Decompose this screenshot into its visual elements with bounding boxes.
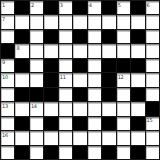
cell-r0c10[interactable]: 6 [146, 1, 159, 14]
clue-number: 7 [2, 17, 5, 22]
cell-r10c9 [131, 146, 144, 159]
cell-r3c2[interactable] [30, 44, 43, 57]
cell-r0c9 [131, 1, 144, 14]
cell-r0c5 [73, 1, 86, 14]
cell-r9c8[interactable] [117, 131, 130, 144]
cell-r10c5 [73, 146, 86, 159]
cell-r5c10[interactable] [146, 73, 159, 86]
cell-r8c6[interactable] [88, 117, 101, 130]
cell-r3c8[interactable] [117, 44, 130, 57]
cell-r6c7 [102, 88, 115, 101]
clue-number: 2 [31, 3, 34, 8]
cell-r7c2[interactable]: 14 [30, 102, 43, 115]
cell-r6c6[interactable] [88, 88, 101, 101]
cell-r3c0 [1, 44, 14, 57]
cell-r6c5 [73, 88, 86, 101]
cell-r7c9[interactable] [131, 102, 144, 115]
cell-r5c8[interactable]: 12 [117, 73, 130, 86]
cell-r3c5[interactable] [73, 44, 86, 57]
cell-r3c9[interactable] [131, 44, 144, 57]
cell-r5c1[interactable] [15, 73, 28, 86]
cell-r7c4[interactable] [59, 102, 72, 115]
cell-r3c1[interactable]: 8 [15, 44, 28, 57]
cell-r9c10[interactable] [146, 131, 159, 144]
cell-r0c8[interactable]: 5 [117, 1, 130, 14]
cell-r7c5[interactable] [73, 102, 86, 115]
clue-number: 14 [31, 104, 37, 109]
cell-r6c4[interactable] [59, 88, 72, 101]
cell-r10c0[interactable] [1, 146, 14, 159]
cell-r8c10[interactable]: 15 [146, 117, 159, 130]
clue-number: 10 [2, 75, 8, 80]
cell-r0c3 [44, 1, 57, 14]
cell-r4c1 [15, 59, 28, 72]
cell-r6c1 [15, 88, 28, 101]
cell-r6c3 [44, 88, 57, 101]
clue-number: 8 [16, 46, 19, 51]
cell-r8c4[interactable] [59, 117, 72, 130]
cell-r2c6[interactable] [88, 30, 101, 43]
cell-r10c8[interactable] [117, 146, 130, 159]
cell-r1c2[interactable] [30, 15, 43, 28]
cell-r8c0[interactable] [1, 117, 14, 130]
cell-r9c2[interactable] [30, 131, 43, 144]
cell-r3c3[interactable] [44, 44, 57, 57]
clue-number: 15 [147, 118, 153, 123]
cell-r1c4[interactable] [59, 15, 72, 28]
cell-r8c9 [131, 117, 144, 130]
cell-r0c6[interactable]: 4 [88, 1, 101, 14]
cell-r2c5 [73, 30, 86, 43]
cell-r5c9[interactable] [131, 73, 144, 86]
cell-r3c4[interactable] [59, 44, 72, 57]
cell-r10c10[interactable] [146, 146, 159, 159]
cell-r10c7 [102, 146, 115, 159]
cell-r2c8[interactable] [117, 30, 130, 43]
clue-number: 6 [147, 3, 150, 8]
cell-r5c5[interactable] [73, 73, 86, 86]
cell-r10c1 [15, 146, 28, 159]
cell-r9c3[interactable] [44, 131, 57, 144]
cell-r4c4[interactable] [59, 59, 72, 72]
cell-r2c4[interactable] [59, 30, 72, 43]
cell-r1c9[interactable] [131, 15, 144, 28]
cell-r0c4[interactable]: 3 [59, 1, 72, 14]
cell-r8c7 [102, 117, 115, 130]
cell-r0c1 [15, 1, 28, 14]
cell-r1c3[interactable] [44, 15, 57, 28]
cell-r7c6[interactable] [88, 102, 101, 115]
clue-number: 1 [2, 3, 5, 8]
cell-r10c3 [44, 146, 57, 159]
cell-r7c7[interactable] [102, 102, 115, 115]
cell-r6c2 [30, 88, 43, 101]
cell-r2c3 [44, 30, 57, 43]
cell-r4c10[interactable] [146, 59, 159, 72]
cell-r1c10[interactable] [146, 15, 159, 28]
cell-r2c10[interactable] [146, 30, 159, 43]
clue-number: 9 [2, 60, 5, 65]
cell-r1c0[interactable]: 7 [1, 15, 14, 28]
clue-number: 12 [118, 75, 124, 80]
crossword-grid: 12345678910111213141516 [0, 0, 160, 160]
cell-r3c6[interactable] [88, 44, 101, 57]
cell-r4c5 [73, 59, 86, 72]
cell-r2c0[interactable] [1, 30, 14, 43]
cell-r7c8[interactable] [117, 102, 130, 115]
cell-r9c7[interactable] [102, 131, 115, 144]
cell-r4c6[interactable] [88, 59, 101, 72]
cell-r7c10 [146, 102, 159, 115]
cell-r1c7[interactable] [102, 15, 115, 28]
cell-r4c9 [131, 59, 144, 72]
cell-r0c2[interactable]: 2 [30, 1, 43, 14]
cell-r7c0[interactable]: 13 [1, 102, 14, 115]
cell-r9c6[interactable] [88, 131, 101, 144]
cell-r4c3 [44, 59, 57, 72]
cell-r8c2[interactable] [30, 117, 43, 130]
clue-number: 5 [118, 3, 121, 8]
cell-r5c3 [44, 73, 57, 86]
cell-r1c8[interactable] [117, 15, 130, 28]
cell-r9c5[interactable] [73, 131, 86, 144]
cell-r8c5 [73, 117, 86, 130]
cell-r1c6[interactable] [88, 15, 101, 28]
cell-r10c6[interactable] [88, 146, 101, 159]
cell-r1c1[interactable] [15, 15, 28, 28]
cell-r5c2[interactable] [30, 73, 43, 86]
clue-number: 3 [60, 3, 63, 8]
cell-r9c1[interactable] [15, 131, 28, 144]
cell-r8c1 [15, 117, 28, 130]
cell-r5c6[interactable] [88, 73, 101, 86]
cell-r2c9 [131, 30, 144, 43]
cell-r2c2[interactable] [30, 30, 43, 43]
cell-r4c0[interactable]: 9 [1, 59, 14, 72]
cell-r6c10[interactable] [146, 88, 159, 101]
cell-r3c10[interactable] [146, 44, 159, 57]
cell-r4c2[interactable] [30, 59, 43, 72]
cell-r8c3 [44, 117, 57, 130]
clue-number: 16 [2, 133, 8, 138]
cell-r9c4[interactable] [59, 131, 72, 144]
cell-r1c5[interactable] [73, 15, 86, 28]
cell-r5c4[interactable]: 11 [59, 73, 72, 86]
cell-r4c7 [102, 59, 115, 72]
cell-r10c2[interactable] [30, 146, 43, 159]
cell-r9c9[interactable] [131, 131, 144, 144]
cell-r0c0[interactable]: 1 [1, 1, 14, 14]
cell-r5c7 [102, 73, 115, 86]
clue-number: 13 [2, 104, 8, 109]
cell-r5c0[interactable]: 10 [1, 73, 14, 86]
cell-r8c8[interactable] [117, 117, 130, 130]
cell-r7c3[interactable] [44, 102, 57, 115]
clue-number: 4 [89, 3, 92, 8]
cell-r10c4[interactable] [59, 146, 72, 159]
cell-r4c8 [117, 59, 130, 72]
cell-r7c1[interactable] [15, 102, 28, 115]
cell-r6c8[interactable] [117, 88, 130, 101]
cell-r3c7[interactable] [102, 44, 115, 57]
cell-r2c7 [102, 30, 115, 43]
clue-number: 11 [60, 75, 66, 80]
cell-r0c7 [102, 1, 115, 14]
cell-r9c0[interactable]: 16 [1, 131, 14, 144]
cell-r6c9 [131, 88, 144, 101]
cell-r6c0[interactable] [1, 88, 14, 101]
cell-r2c1 [15, 30, 28, 43]
